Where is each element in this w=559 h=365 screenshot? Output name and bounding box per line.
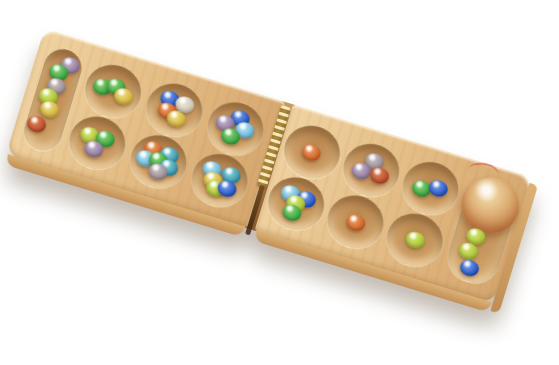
photo-scene <box>0 0 559 365</box>
mancala-board <box>6 28 532 303</box>
